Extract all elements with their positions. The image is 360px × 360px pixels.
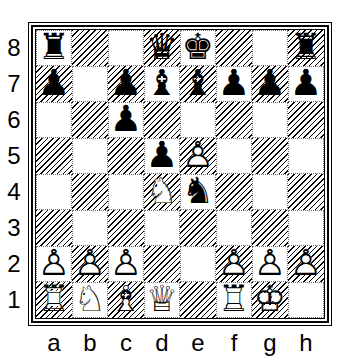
piece-fill: ♛ <box>144 29 180 65</box>
square-b7[interactable] <box>72 66 108 102</box>
square-g7[interactable]: ♟ <box>252 66 288 102</box>
rank-labels: 87654321 <box>3 30 25 318</box>
square-a3[interactable] <box>36 210 72 246</box>
square-f3[interactable] <box>216 210 252 246</box>
file-label-a: a <box>36 330 72 356</box>
file-label-d: d <box>144 330 180 356</box>
square-e4[interactable]: ♞ <box>180 174 216 210</box>
piece-white-pawn: ♟♙ <box>180 138 216 174</box>
piece-fill: ♟ <box>252 65 288 101</box>
rank-label-5: 5 <box>3 138 25 174</box>
square-d1[interactable]: ♛♕ <box>144 282 180 318</box>
piece-white-knight: ♞♘ <box>72 282 108 318</box>
rank-label-2: 2 <box>3 246 25 282</box>
piece-fill: ♟ <box>180 137 216 173</box>
piece-fill: ♚ <box>180 29 216 65</box>
square-a6[interactable] <box>36 102 72 138</box>
square-f6[interactable] <box>216 102 252 138</box>
square-e2[interactable] <box>180 246 216 282</box>
square-d5[interactable]: ♟ <box>144 138 180 174</box>
square-g5[interactable] <box>252 138 288 174</box>
square-e1[interactable] <box>180 282 216 318</box>
square-h8[interactable]: ♜ <box>288 30 324 66</box>
piece-fill: ♟ <box>108 101 144 137</box>
square-e3[interactable] <box>180 210 216 246</box>
square-f1[interactable]: ♜♖ <box>216 282 252 318</box>
piece-fill: ♜ <box>216 281 252 317</box>
square-c7[interactable]: ♟ <box>108 66 144 102</box>
piece-fill: ♟ <box>216 245 252 281</box>
square-f8[interactable] <box>216 30 252 66</box>
piece-fill: ♚ <box>252 281 288 317</box>
piece-outline: ♖ <box>36 281 72 317</box>
piece-outline: ♘ <box>72 281 108 317</box>
square-e5[interactable]: ♟♙ <box>180 138 216 174</box>
square-a7[interactable]: ♟ <box>36 66 72 102</box>
square-f2[interactable]: ♟♙ <box>216 246 252 282</box>
square-d8[interactable]: ♛ <box>144 30 180 66</box>
piece-black-pawn: ♟ <box>144 138 180 174</box>
square-d2[interactable] <box>144 246 180 282</box>
piece-fill: ♛ <box>144 281 180 317</box>
piece-white-knight: ♞♘ <box>144 174 180 210</box>
piece-fill: ♞ <box>72 281 108 317</box>
piece-white-rook: ♜♖ <box>216 282 252 318</box>
piece-fill: ♟ <box>72 245 108 281</box>
board-frame: ♜♛♚♜♟♟♝♝♟♟♟♟♟♟♙♞♘♞♟♙♟♙♟♙♟♙♟♙♟♙♜♖♞♘♝♗♛♕♜♖… <box>31 25 329 323</box>
chess-diagram: 87654321 ♜♛♚♜♟♟♝♝♟♟♟♟♟♟♙♞♘♞♟♙♟♙♟♙♟♙♟♙♟♙♜… <box>0 0 360 360</box>
file-label-e: e <box>180 330 216 356</box>
piece-outline: ♕ <box>144 281 180 317</box>
piece-black-pawn: ♟ <box>108 102 144 138</box>
rank-label-3: 3 <box>3 210 25 246</box>
square-h2[interactable]: ♟♙ <box>288 246 324 282</box>
square-g6[interactable] <box>252 102 288 138</box>
chess-board: ♜♛♚♜♟♟♝♝♟♟♟♟♟♟♙♞♘♞♟♙♟♙♟♙♟♙♟♙♟♙♜♖♞♘♝♗♛♕♜♖… <box>28 22 332 326</box>
board-inner-frame: ♜♛♚♜♟♟♝♝♟♟♟♟♟♟♙♞♘♞♟♙♟♙♟♙♟♙♟♙♟♙♜♖♞♘♝♗♛♕♜♖… <box>35 29 325 319</box>
piece-white-bishop: ♝♗ <box>108 282 144 318</box>
square-d4[interactable]: ♞♘ <box>144 174 180 210</box>
square-g2[interactable]: ♟♙ <box>252 246 288 282</box>
piece-outline: ♙ <box>288 245 324 281</box>
piece-black-bishop: ♝ <box>180 66 216 102</box>
board-grid: ♜♛♚♜♟♟♝♝♟♟♟♟♟♟♙♞♘♞♟♙♟♙♟♙♟♙♟♙♟♙♜♖♞♘♝♗♛♕♜♖… <box>36 30 324 318</box>
piece-fill: ♟ <box>108 245 144 281</box>
square-c3[interactable] <box>108 210 144 246</box>
piece-black-pawn: ♟ <box>216 66 252 102</box>
square-e7[interactable]: ♝ <box>180 66 216 102</box>
piece-black-rook: ♜ <box>36 30 72 66</box>
piece-black-rook: ♜ <box>288 30 324 66</box>
piece-white-pawn: ♟♙ <box>216 246 252 282</box>
piece-fill: ♜ <box>36 29 72 65</box>
piece-white-king: ♚♔ <box>252 282 288 318</box>
square-a5[interactable] <box>36 138 72 174</box>
piece-fill: ♟ <box>288 245 324 281</box>
piece-white-queen: ♛♕ <box>144 282 180 318</box>
square-b3[interactable] <box>72 210 108 246</box>
rank-label-8: 8 <box>3 30 25 66</box>
square-h6[interactable] <box>288 102 324 138</box>
square-b1[interactable]: ♞♘ <box>72 282 108 318</box>
piece-white-pawn: ♟♙ <box>72 246 108 282</box>
square-f7[interactable]: ♟ <box>216 66 252 102</box>
piece-fill: ♜ <box>36 281 72 317</box>
square-e6[interactable] <box>180 102 216 138</box>
rank-label-7: 7 <box>3 66 25 102</box>
file-label-g: g <box>252 330 288 356</box>
piece-black-knight: ♞ <box>180 174 216 210</box>
square-h5[interactable] <box>288 138 324 174</box>
square-c8[interactable] <box>108 30 144 66</box>
piece-black-king: ♚ <box>180 30 216 66</box>
square-h7[interactable]: ♟ <box>288 66 324 102</box>
piece-white-pawn: ♟♙ <box>36 246 72 282</box>
square-f5[interactable] <box>216 138 252 174</box>
piece-black-pawn: ♟ <box>288 66 324 102</box>
piece-fill: ♟ <box>252 245 288 281</box>
square-d3[interactable] <box>144 210 180 246</box>
piece-black-queen: ♛ <box>144 30 180 66</box>
file-label-h: h <box>288 330 324 356</box>
square-g3[interactable] <box>252 210 288 246</box>
piece-fill: ♟ <box>108 65 144 101</box>
piece-outline: ♙ <box>72 245 108 281</box>
square-b2[interactable]: ♟♙ <box>72 246 108 282</box>
file-label-c: c <box>108 330 144 356</box>
file-label-b: b <box>72 330 108 356</box>
rank-label-6: 6 <box>3 102 25 138</box>
square-h3[interactable] <box>288 210 324 246</box>
piece-outline: ♙ <box>108 245 144 281</box>
square-c1[interactable]: ♝♗ <box>108 282 144 318</box>
piece-outline: ♘ <box>144 173 180 209</box>
square-c5[interactable] <box>108 138 144 174</box>
square-b6[interactable] <box>72 102 108 138</box>
piece-white-rook: ♜♖ <box>36 282 72 318</box>
piece-black-pawn: ♟ <box>108 66 144 102</box>
square-g8[interactable] <box>252 30 288 66</box>
piece-fill: ♟ <box>36 245 72 281</box>
square-c4[interactable] <box>108 174 144 210</box>
piece-outline: ♙ <box>216 245 252 281</box>
piece-outline: ♙ <box>252 245 288 281</box>
square-e8[interactable]: ♚ <box>180 30 216 66</box>
piece-fill: ♟ <box>216 65 252 101</box>
square-h1[interactable] <box>288 282 324 318</box>
piece-fill: ♝ <box>144 65 180 101</box>
square-b4[interactable] <box>72 174 108 210</box>
piece-fill: ♞ <box>144 173 180 209</box>
square-f4[interactable] <box>216 174 252 210</box>
piece-outline: ♖ <box>216 281 252 317</box>
square-c6[interactable]: ♟ <box>108 102 144 138</box>
square-d6[interactable] <box>144 102 180 138</box>
square-d7[interactable]: ♝ <box>144 66 180 102</box>
piece-black-pawn: ♟ <box>252 66 288 102</box>
piece-white-pawn: ♟♙ <box>288 246 324 282</box>
square-a2[interactable]: ♟♙ <box>36 246 72 282</box>
square-h4[interactable] <box>288 174 324 210</box>
file-label-f: f <box>216 330 252 356</box>
piece-fill: ♞ <box>180 173 216 209</box>
piece-fill: ♝ <box>108 281 144 317</box>
piece-fill: ♜ <box>288 29 324 65</box>
piece-outline: ♔ <box>252 281 288 317</box>
square-c2[interactable]: ♟♙ <box>108 246 144 282</box>
square-g1[interactable]: ♚♔ <box>252 282 288 318</box>
square-b8[interactable] <box>72 30 108 66</box>
piece-white-pawn: ♟♙ <box>108 246 144 282</box>
piece-black-pawn: ♟ <box>36 66 72 102</box>
square-a1[interactable]: ♜♖ <box>36 282 72 318</box>
file-labels: abcdefgh <box>36 330 324 356</box>
piece-outline: ♙ <box>36 245 72 281</box>
rank-label-1: 1 <box>3 282 25 318</box>
square-g4[interactable] <box>252 174 288 210</box>
piece-white-pawn: ♟♙ <box>252 246 288 282</box>
rank-label-4: 4 <box>3 174 25 210</box>
piece-fill: ♟ <box>36 65 72 101</box>
piece-fill: ♟ <box>288 65 324 101</box>
square-a4[interactable] <box>36 174 72 210</box>
piece-black-bishop: ♝ <box>144 66 180 102</box>
piece-fill: ♝ <box>180 65 216 101</box>
piece-outline: ♙ <box>180 137 216 173</box>
piece-outline: ♗ <box>108 281 144 317</box>
piece-fill: ♟ <box>144 137 180 173</box>
square-a8[interactable]: ♜ <box>36 30 72 66</box>
square-b5[interactable] <box>72 138 108 174</box>
